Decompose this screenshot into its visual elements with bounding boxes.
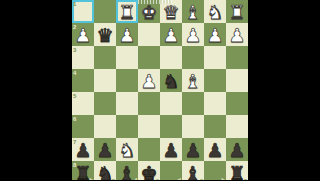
- piece-white-pawn[interactable]: ♟: [140, 70, 157, 93]
- piece-white-knight[interactable]: ♞: [206, 1, 223, 24]
- file-label-a: a: [244, 177, 247, 180]
- square-f2[interactable]: ♟: [116, 23, 138, 46]
- piece-white-pawn[interactable]: ♟: [228, 24, 245, 47]
- file-label-g: g: [111, 177, 115, 180]
- square-e4[interactable]: ♟: [138, 69, 160, 92]
- square-d5[interactable]: [160, 92, 182, 115]
- piece-black-pawn[interactable]: ♟: [184, 139, 201, 162]
- square-e8[interactable]: e♚: [138, 161, 160, 180]
- square-b6[interactable]: [204, 115, 226, 138]
- square-c6[interactable]: [182, 115, 204, 138]
- square-b8[interactable]: b: [204, 161, 226, 180]
- square-c7[interactable]: ♟: [182, 138, 204, 161]
- square-h1[interactable]: 1: [72, 0, 94, 23]
- square-f7[interactable]: ♞: [116, 138, 138, 161]
- square-a2[interactable]: ♟: [226, 23, 248, 46]
- file-label-b: b: [221, 177, 225, 180]
- rank-label-5: 5: [73, 93, 76, 99]
- piece-white-bishop[interactable]: ♝: [184, 1, 201, 24]
- square-h3[interactable]: 3: [72, 46, 94, 69]
- square-f4[interactable]: [116, 69, 138, 92]
- square-e7[interactable]: [138, 138, 160, 161]
- square-g3[interactable]: [94, 46, 116, 69]
- square-a7[interactable]: ♟: [226, 138, 248, 161]
- square-g7[interactable]: ♟: [94, 138, 116, 161]
- square-h4[interactable]: 4: [72, 69, 94, 92]
- piece-black-pawn[interactable]: ♟: [96, 139, 113, 162]
- square-b3[interactable]: [204, 46, 226, 69]
- square-e2[interactable]: [138, 23, 160, 46]
- square-e5[interactable]: [138, 92, 160, 115]
- rank-label-3: 3: [73, 47, 76, 53]
- square-c1[interactable]: ♝: [182, 0, 204, 23]
- file-label-c: c: [200, 177, 203, 180]
- square-a8[interactable]: a♜: [226, 161, 248, 180]
- piece-black-pawn[interactable]: ♟: [206, 139, 223, 162]
- file-label-h: h: [89, 177, 93, 180]
- square-a5[interactable]: [226, 92, 248, 115]
- piece-black-pawn[interactable]: ♟: [228, 139, 245, 162]
- rank-label-7: 7: [73, 139, 76, 145]
- square-g1[interactable]: [94, 0, 116, 23]
- piece-white-pawn[interactable]: ♟: [184, 24, 201, 47]
- piece-white-pawn[interactable]: ♟: [118, 24, 135, 47]
- square-h2[interactable]: 2♟: [72, 23, 94, 46]
- piece-white-rook[interactable]: ♜: [118, 1, 135, 24]
- rank-label-4: 4: [73, 70, 76, 76]
- square-g5[interactable]: [94, 92, 116, 115]
- square-d3[interactable]: [160, 46, 182, 69]
- chess-board[interactable]: 1♜♚♛♝♞♜2♟♛♟♟♟♟♟34♟♞♝567♟♟♞♟♟♟♟8h♜g♞f♝e♚d…: [72, 0, 248, 180]
- square-d6[interactable]: [160, 115, 182, 138]
- square-d2[interactable]: ♟: [160, 23, 182, 46]
- square-g4[interactable]: [94, 69, 116, 92]
- piece-black-pawn[interactable]: ♟: [162, 139, 179, 162]
- cropped-text-sliver: [138, 0, 172, 4]
- piece-black-bishop[interactable]: ♝: [118, 162, 135, 181]
- square-c3[interactable]: [182, 46, 204, 69]
- square-g8[interactable]: g♞: [94, 161, 116, 180]
- square-h8[interactable]: 8h♜: [72, 161, 94, 180]
- rank-label-8: 8: [73, 162, 76, 168]
- piece-white-pawn[interactable]: ♟: [162, 24, 179, 47]
- square-h6[interactable]: 6: [72, 115, 94, 138]
- square-f5[interactable]: [116, 92, 138, 115]
- square-f3[interactable]: [116, 46, 138, 69]
- square-a4[interactable]: [226, 69, 248, 92]
- file-label-e: e: [156, 177, 159, 180]
- piece-black-knight[interactable]: ♞: [162, 70, 179, 93]
- square-g6[interactable]: [94, 115, 116, 138]
- square-c5[interactable]: [182, 92, 204, 115]
- square-c4[interactable]: ♝: [182, 69, 204, 92]
- square-f8[interactable]: f♝: [116, 161, 138, 180]
- square-f1[interactable]: ♜: [116, 0, 138, 23]
- square-h5[interactable]: 5: [72, 92, 94, 115]
- piece-white-knight[interactable]: ♞: [118, 139, 135, 162]
- file-label-d: d: [177, 177, 181, 180]
- square-h7[interactable]: 7♟: [72, 138, 94, 161]
- piece-white-pawn[interactable]: ♟: [74, 24, 91, 47]
- piece-white-rook[interactable]: ♜: [228, 1, 245, 24]
- piece-black-queen[interactable]: ♛: [96, 24, 113, 47]
- file-label-f: f: [135, 177, 137, 180]
- square-e6[interactable]: [138, 115, 160, 138]
- square-g2[interactable]: ♛: [94, 23, 116, 46]
- rank-label-2: 2: [73, 24, 76, 30]
- square-b2[interactable]: ♟: [204, 23, 226, 46]
- square-f6[interactable]: [116, 115, 138, 138]
- rank-label-1: 1: [73, 1, 76, 7]
- square-c2[interactable]: ♟: [182, 23, 204, 46]
- video-frame: 1♜♚♛♝♞♜2♟♛♟♟♟♟♟34♟♞♝567♟♟♞♟♟♟♟8h♜g♞f♝e♚d…: [0, 0, 320, 180]
- square-a1[interactable]: ♜: [226, 0, 248, 23]
- square-a3[interactable]: [226, 46, 248, 69]
- square-e3[interactable]: [138, 46, 160, 69]
- square-b7[interactable]: ♟: [204, 138, 226, 161]
- square-d8[interactable]: d: [160, 161, 182, 180]
- piece-white-bishop[interactable]: ♝: [184, 70, 201, 93]
- square-d4[interactable]: ♞: [160, 69, 182, 92]
- rank-label-6: 6: [73, 116, 76, 122]
- piece-white-pawn[interactable]: ♟: [206, 24, 223, 47]
- square-d7[interactable]: ♟: [160, 138, 182, 161]
- square-b1[interactable]: ♞: [204, 0, 226, 23]
- square-a6[interactable]: [226, 115, 248, 138]
- piece-black-pawn[interactable]: ♟: [74, 139, 91, 162]
- square-c8[interactable]: c♝: [182, 161, 204, 180]
- square-b5[interactable]: [204, 92, 226, 115]
- square-b4[interactable]: [204, 69, 226, 92]
